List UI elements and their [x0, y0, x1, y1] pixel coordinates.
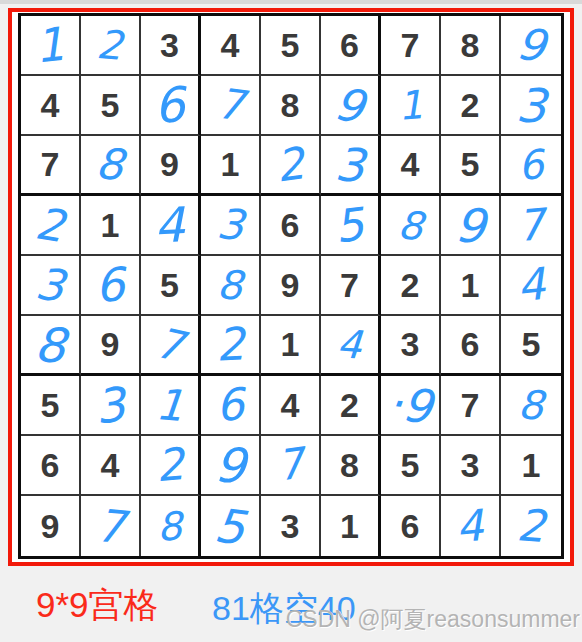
given-digit: 5	[160, 266, 179, 305]
handwritten-digit: 1	[154, 382, 185, 427]
sudoku-cell-r5c8[interactable]: 1	[441, 256, 501, 316]
handwritten-digit: 1	[33, 21, 67, 70]
sudoku-cell-r7c7[interactable]: ·9	[381, 376, 441, 436]
sudoku-cell-r6c3[interactable]: 7	[141, 316, 201, 376]
sudoku-cell-r4c1[interactable]: 2	[21, 196, 81, 256]
handwritten-digit: 8	[517, 384, 545, 425]
given-digit: 6	[41, 446, 60, 485]
sudoku-cell-r4c6[interactable]: 5	[321, 196, 381, 256]
sudoku-cell-r9c9[interactable]: 2	[501, 496, 561, 556]
handwritten-digit: 2	[96, 24, 125, 66]
given-digit: 2	[401, 266, 420, 305]
handwritten-digit: 7	[94, 502, 126, 549]
csdn-watermark: CSDN @阿夏reasonsummer	[286, 604, 580, 635]
given-digit: 1	[101, 206, 120, 245]
given-digit: 8	[340, 446, 359, 485]
handwritten-digit: 3	[33, 261, 67, 308]
given-digit: 6	[281, 206, 300, 245]
handwritten-digit: 3	[92, 380, 127, 430]
sudoku-cell-r8c8[interactable]: 3	[441, 436, 501, 496]
handwritten-digit: 5	[333, 201, 367, 249]
handwritten-digit: 9	[331, 80, 367, 129]
given-digit: 1	[281, 325, 300, 364]
sudoku-cell-r9c1[interactable]: 9	[21, 496, 81, 556]
handwritten-digit: 2	[33, 201, 68, 249]
sudoku-cell-r3c9[interactable]: 6	[501, 136, 561, 196]
given-digit: 8	[281, 86, 300, 125]
sudoku-cell-r5c7[interactable]: 2	[381, 256, 441, 316]
handwritten-digit: 2	[154, 442, 186, 488]
sudoku-cell-r5c5[interactable]: 9	[261, 256, 321, 316]
given-digit: 4	[281, 386, 300, 425]
sudoku-cell-r7c9[interactable]: 8	[501, 376, 561, 436]
given-digit: 5	[101, 86, 120, 125]
sudoku-cell-r9c8[interactable]: 4	[441, 496, 501, 556]
given-digit: 9	[160, 145, 179, 184]
sudoku-cell-r5c3[interactable]: 5	[141, 256, 201, 316]
sudoku-cell-r3c5[interactable]: 2	[261, 136, 321, 196]
sudoku-cell-r2c5[interactable]: 8	[261, 76, 321, 136]
given-digit: 4	[401, 145, 420, 184]
sudoku-cell-r6c4[interactable]: 2	[201, 316, 261, 376]
given-digit: 9	[41, 507, 60, 546]
sudoku-cell-r3c7[interactable]: 4	[381, 136, 441, 196]
sudoku-cell-r3c8[interactable]: 5	[441, 136, 501, 196]
sudoku-cell-r1c9[interactable]: 9	[501, 16, 561, 76]
sudoku-cell-r9c7[interactable]: 6	[381, 496, 441, 556]
given-digit: 3	[461, 446, 480, 485]
sudoku-cell-r8c2[interactable]: 4	[81, 436, 141, 496]
handwritten-digit: 3	[333, 141, 365, 189]
handwritten-digit: 3	[215, 203, 245, 247]
given-digit: 3	[281, 507, 300, 546]
given-digit: 5	[522, 325, 541, 364]
handwritten-digit: 8	[156, 506, 183, 546]
sudoku-cell-r9c3[interactable]: 8	[141, 496, 201, 556]
handwritten-digit: 7	[152, 321, 187, 368]
given-digit: 7	[41, 145, 60, 184]
sudoku-cell-r4c3[interactable]: 4	[141, 196, 201, 256]
sudoku-cell-r5c4[interactable]: 8	[201, 256, 261, 316]
handwritten-digit: 7	[214, 83, 246, 128]
sudoku-cell-r6c6[interactable]: 4	[321, 316, 381, 376]
footer-bar: 9*9宫格 81格空40 CSDN @阿夏reasonsummer	[0, 566, 582, 642]
sudoku-cell-r8c7[interactable]: 5	[381, 436, 441, 496]
sudoku-cell-r2c1[interactable]: 4	[21, 76, 81, 136]
handwritten-digit: 8	[396, 204, 425, 245]
handwritten-digit: 7	[515, 202, 546, 247]
sudoku-cell-r3c4[interactable]: 1	[201, 136, 261, 196]
sudoku-cell-r7c1[interactable]: 5	[21, 376, 81, 436]
handwritten-digit: 9	[514, 21, 548, 68]
given-digit: 5	[401, 446, 420, 485]
handwritten-digit: 5	[212, 501, 247, 551]
label-grid-type: 9*9宫格	[36, 582, 159, 629]
sudoku-cell-r4c9[interactable]: 7	[501, 196, 561, 256]
sudoku-cell-r4c4[interactable]: 3	[201, 196, 261, 256]
sudoku-cell-r6c7[interactable]: 3	[381, 316, 441, 376]
sudoku-cell-r8c5[interactable]: 7	[261, 436, 321, 496]
sudoku-cell-r4c2[interactable]: 1	[81, 196, 141, 256]
sudoku-cell-r1c3[interactable]: 3	[141, 16, 201, 76]
sudoku-cell-r2c9[interactable]: 3	[501, 76, 561, 136]
handwritten-digit: 6	[94, 261, 126, 309]
handwritten-digit: 4	[153, 200, 186, 250]
sudoku-cell-r6c1[interactable]: 8	[21, 316, 81, 376]
sudoku-cell-r7c8[interactable]: 7	[441, 376, 501, 436]
given-digit: 6	[340, 26, 359, 65]
sudoku-cell-r7c4[interactable]: 6	[201, 376, 261, 436]
handwritten-digit: 6	[153, 80, 187, 130]
given-digit: 5	[41, 386, 60, 425]
sudoku-cell-r3c6[interactable]: 3	[321, 136, 381, 196]
sudoku-cell-r2c7[interactable]: 1	[381, 76, 441, 136]
given-digit: 2	[461, 86, 480, 125]
given-digit: 7	[461, 386, 480, 425]
handwritten-digit: 8	[33, 319, 68, 369]
given-digit: 4	[41, 86, 60, 125]
sudoku-cell-r9c5[interactable]: 3	[261, 496, 321, 556]
sudoku-board: 1234567894567891237891234562143658973658…	[18, 13, 564, 559]
handwritten-digit: 4	[515, 262, 547, 309]
handwritten-digit: 8	[94, 142, 126, 188]
given-digit: 6	[461, 325, 480, 364]
sudoku-cell-r9c2[interactable]: 7	[81, 496, 141, 556]
sudoku-cell-r1c1[interactable]: 1	[21, 16, 81, 76]
handwritten-digit: 7	[274, 442, 306, 487]
handwritten-digit: ·9	[386, 380, 434, 430]
sudoku-cell-r6c5[interactable]: 1	[261, 316, 321, 376]
sudoku-cell-r2c3[interactable]: 6	[141, 76, 201, 136]
sudoku-cell-r7c2[interactable]: 3	[81, 376, 141, 436]
given-digit: 6	[401, 507, 420, 546]
sudoku-cell-r1c5[interactable]: 5	[261, 16, 321, 76]
sudoku-cell-r2c8[interactable]: 2	[441, 76, 501, 136]
sudoku-cell-r8c1[interactable]: 6	[21, 436, 81, 496]
handwritten-digit: 8	[216, 264, 244, 305]
handwritten-digit: 6	[516, 143, 545, 185]
sudoku-cell-r5c1[interactable]: 3	[21, 256, 81, 316]
sudoku-cell-r8c9[interactable]: 1	[501, 436, 561, 496]
sudoku-cell-r4c7[interactable]: 8	[381, 196, 441, 256]
given-digit: 1	[461, 266, 480, 305]
sudoku-cell-r8c4[interactable]: 9	[201, 436, 261, 496]
given-digit: 8	[461, 26, 480, 65]
sudoku-cell-r5c2[interactable]: 6	[81, 256, 141, 316]
sudoku-cell-r1c7[interactable]: 7	[381, 16, 441, 76]
given-digit: 3	[401, 325, 420, 364]
sudoku-cell-r9c4[interactable]: 5	[201, 496, 261, 556]
given-digit: 1	[221, 145, 240, 184]
sudoku-cell-r3c3[interactable]: 9	[141, 136, 201, 196]
given-digit: 1	[522, 446, 541, 485]
sudoku-cell-r1c8[interactable]: 8	[441, 16, 501, 76]
handwritten-digit: 2	[273, 141, 307, 188]
red-board-frame: 1234567894567891237891234562143658973658…	[8, 8, 574, 566]
sudoku-cell-r2c2[interactable]: 5	[81, 76, 141, 136]
sudoku-cell-r5c6[interactable]: 7	[321, 256, 381, 316]
given-digit: 5	[461, 145, 480, 184]
sudoku-cell-r9c6[interactable]: 1	[321, 496, 381, 556]
given-digit: 2	[340, 386, 359, 425]
sudoku-cell-r8c6[interactable]: 8	[321, 436, 381, 496]
handwritten-digit: 6	[214, 382, 245, 428]
sudoku-cell-r5c9[interactable]: 4	[501, 256, 561, 316]
sudoku-cell-r3c1[interactable]: 7	[21, 136, 81, 196]
sudoku-cell-r7c6[interactable]: 2	[321, 376, 381, 436]
given-digit: 4	[101, 446, 120, 485]
given-digit: 1	[340, 507, 359, 546]
sudoku-screenshot-page: 1234567894567891237891234562143658973658…	[0, 0, 582, 642]
given-digit: 3	[160, 26, 179, 65]
sudoku-cell-r8c3[interactable]: 2	[141, 436, 201, 496]
sudoku-cell-r1c2[interactable]: 2	[81, 16, 141, 76]
handwritten-digit: 2	[515, 503, 546, 549]
sudoku-cell-r7c5[interactable]: 4	[261, 376, 321, 436]
sudoku-cell-r1c6[interactable]: 6	[321, 16, 381, 76]
sudoku-cell-r7c3[interactable]: 1	[141, 376, 201, 436]
handwritten-digit: 4	[454, 503, 485, 548]
sudoku-cell-r2c6[interactable]: 9	[321, 76, 381, 136]
sudoku-cell-r6c8[interactable]: 6	[441, 316, 501, 376]
handwritten-digit: 2	[215, 321, 246, 367]
given-digit: 5	[281, 26, 300, 65]
sudoku-cell-r4c8[interactable]: 9	[441, 196, 501, 256]
sudoku-cell-r6c9[interactable]: 5	[501, 316, 561, 376]
sudoku-cell-r6c2[interactable]: 9	[81, 316, 141, 376]
sudoku-cell-r2c4[interactable]: 7	[201, 76, 261, 136]
given-digit: 4	[221, 26, 240, 65]
handwritten-digit: 1	[396, 84, 424, 125]
given-digit: 7	[401, 26, 420, 65]
top-edge-strip	[0, 0, 582, 4]
given-digit: 7	[340, 266, 359, 305]
handwritten-digit: 9	[213, 440, 247, 490]
handwritten-digit: 4	[336, 324, 363, 365]
sudoku-cell-r4c5[interactable]: 6	[261, 196, 321, 256]
given-digit: 9	[281, 266, 300, 305]
handwritten-digit: 3	[515, 81, 547, 130]
handwritten-digit: 9	[453, 201, 486, 250]
sudoku-cell-r3c2[interactable]: 8	[81, 136, 141, 196]
sudoku-cell-r1c4[interactable]: 4	[201, 16, 261, 76]
given-digit: 9	[101, 325, 120, 364]
